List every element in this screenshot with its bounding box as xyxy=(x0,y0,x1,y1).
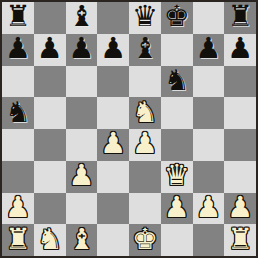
square-a3[interactable] xyxy=(2,161,34,193)
square-d4[interactable]: ♟ xyxy=(97,129,129,161)
square-g6[interactable] xyxy=(193,66,225,98)
black-bishop-piece[interactable]: ♝ xyxy=(132,34,158,63)
square-a1[interactable]: ♜ xyxy=(2,224,34,256)
square-g3[interactable] xyxy=(193,161,225,193)
square-a4[interactable] xyxy=(2,129,34,161)
square-f1[interactable] xyxy=(161,224,193,256)
square-b8[interactable] xyxy=(34,2,66,34)
square-g5[interactable] xyxy=(193,97,225,129)
square-e8[interactable]: ♛ xyxy=(129,2,161,34)
square-f7[interactable] xyxy=(161,34,193,66)
square-f2[interactable]: ♟ xyxy=(161,193,193,225)
square-b6[interactable] xyxy=(34,66,66,98)
square-e4[interactable]: ♟ xyxy=(129,129,161,161)
black-pawn-piece[interactable]: ♟ xyxy=(5,34,31,63)
square-f8[interactable]: ♚ xyxy=(161,2,193,34)
white-knight-piece[interactable]: ♞ xyxy=(132,98,158,127)
square-e1[interactable]: ♚ xyxy=(129,224,161,256)
square-d3[interactable] xyxy=(97,161,129,193)
square-e2[interactable] xyxy=(129,193,161,225)
square-b4[interactable] xyxy=(34,129,66,161)
white-bishop-piece[interactable]: ♝ xyxy=(68,225,94,254)
square-c4[interactable] xyxy=(66,129,98,161)
square-h1[interactable]: ♜ xyxy=(224,224,256,256)
square-f6[interactable]: ♞ xyxy=(161,66,193,98)
white-queen-piece[interactable]: ♛ xyxy=(164,161,190,190)
square-h6[interactable] xyxy=(224,66,256,98)
square-c1[interactable]: ♝ xyxy=(66,224,98,256)
square-g2[interactable]: ♟ xyxy=(193,193,225,225)
square-h7[interactable]: ♟ xyxy=(224,34,256,66)
square-a2[interactable]: ♟ xyxy=(2,193,34,225)
square-d2[interactable] xyxy=(97,193,129,225)
square-c2[interactable] xyxy=(66,193,98,225)
square-a6[interactable] xyxy=(2,66,34,98)
square-b7[interactable]: ♟ xyxy=(34,34,66,66)
black-pawn-piece[interactable]: ♟ xyxy=(68,34,94,63)
square-f4[interactable] xyxy=(161,129,193,161)
square-d5[interactable] xyxy=(97,97,129,129)
black-knight-piece[interactable]: ♞ xyxy=(164,66,190,95)
square-f5[interactable] xyxy=(161,97,193,129)
square-a7[interactable]: ♟ xyxy=(2,34,34,66)
black-rook-piece[interactable]: ♜ xyxy=(5,2,31,31)
black-pawn-piece[interactable]: ♟ xyxy=(100,34,126,63)
white-pawn-piece[interactable]: ♟ xyxy=(132,129,158,158)
white-pawn-piece[interactable]: ♟ xyxy=(164,193,190,222)
square-h2[interactable]: ♟ xyxy=(224,193,256,225)
square-b5[interactable] xyxy=(34,97,66,129)
square-c5[interactable] xyxy=(66,97,98,129)
white-king-piece[interactable]: ♚ xyxy=(132,225,158,254)
square-e5[interactable]: ♞ xyxy=(129,97,161,129)
square-h5[interactable] xyxy=(224,97,256,129)
black-pawn-piece[interactable]: ♟ xyxy=(195,34,221,63)
square-g4[interactable] xyxy=(193,129,225,161)
square-d6[interactable] xyxy=(97,66,129,98)
white-pawn-piece[interactable]: ♟ xyxy=(100,129,126,158)
square-b1[interactable]: ♞ xyxy=(34,224,66,256)
black-rook-piece[interactable]: ♜ xyxy=(227,2,253,31)
square-b3[interactable] xyxy=(34,161,66,193)
black-knight-piece[interactable]: ♞ xyxy=(5,98,31,127)
square-h3[interactable] xyxy=(224,161,256,193)
black-pawn-piece[interactable]: ♟ xyxy=(37,34,63,63)
white-pawn-piece[interactable]: ♟ xyxy=(227,193,253,222)
square-d7[interactable]: ♟ xyxy=(97,34,129,66)
black-king-piece[interactable]: ♚ xyxy=(164,2,190,31)
square-b2[interactable] xyxy=(34,193,66,225)
black-bishop-piece[interactable]: ♝ xyxy=(68,2,94,31)
square-a5[interactable]: ♞ xyxy=(2,97,34,129)
white-pawn-piece[interactable]: ♟ xyxy=(5,193,31,222)
square-h8[interactable]: ♜ xyxy=(224,2,256,34)
black-queen-piece[interactable]: ♛ xyxy=(132,2,158,31)
square-h4[interactable] xyxy=(224,129,256,161)
board-grid: ♜♝♛♚♜♟♟♟♟♝♟♟♞♞♞♟♟♟♛♟♟♟♟♜♞♝♚♜ xyxy=(2,2,256,256)
square-e6[interactable] xyxy=(129,66,161,98)
chess-board: ♜♝♛♚♜♟♟♟♟♝♟♟♞♞♞♟♟♟♛♟♟♟♟♜♞♝♚♜ xyxy=(0,0,258,258)
white-rook-piece[interactable]: ♜ xyxy=(227,225,253,254)
square-c6[interactable] xyxy=(66,66,98,98)
square-d8[interactable] xyxy=(97,2,129,34)
square-g1[interactable] xyxy=(193,224,225,256)
black-pawn-piece[interactable]: ♟ xyxy=(227,34,253,63)
square-c3[interactable]: ♟ xyxy=(66,161,98,193)
white-knight-piece[interactable]: ♞ xyxy=(37,225,63,254)
square-f3[interactable]: ♛ xyxy=(161,161,193,193)
square-c8[interactable]: ♝ xyxy=(66,2,98,34)
white-rook-piece[interactable]: ♜ xyxy=(5,225,31,254)
square-c7[interactable]: ♟ xyxy=(66,34,98,66)
square-d1[interactable] xyxy=(97,224,129,256)
square-e7[interactable]: ♝ xyxy=(129,34,161,66)
square-e3[interactable] xyxy=(129,161,161,193)
square-g7[interactable]: ♟ xyxy=(193,34,225,66)
square-g8[interactable] xyxy=(193,2,225,34)
square-a8[interactable]: ♜ xyxy=(2,2,34,34)
white-pawn-piece[interactable]: ♟ xyxy=(195,193,221,222)
white-pawn-piece[interactable]: ♟ xyxy=(68,161,94,190)
